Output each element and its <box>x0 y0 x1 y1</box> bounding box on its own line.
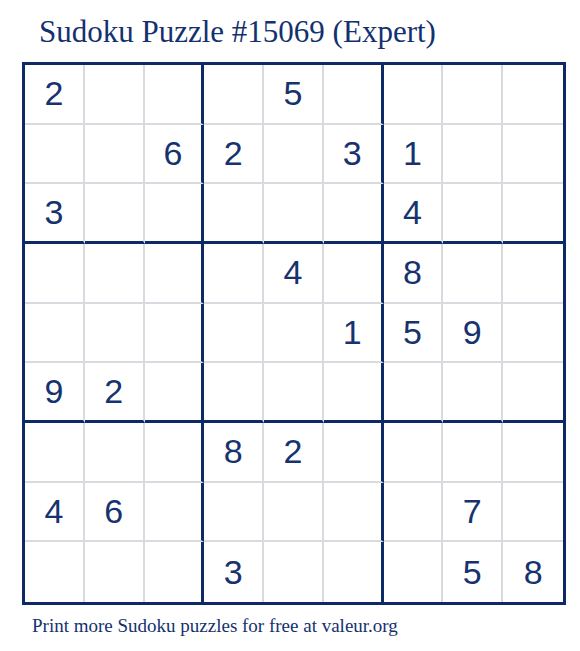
cell-r8c3 <box>145 483 205 543</box>
cell-r5c5 <box>264 304 324 364</box>
cell-r9c2 <box>85 542 145 602</box>
cell-r3c7: 4 <box>384 184 444 244</box>
cell-r8c9 <box>503 483 563 543</box>
footer-text: Print more Sudoku puzzles for free at va… <box>32 615 398 637</box>
cell-r6c6 <box>324 363 384 423</box>
cell-r5c8: 9 <box>443 304 503 364</box>
cell-r1c6 <box>324 65 384 125</box>
cell-r7c7 <box>384 423 444 483</box>
cell-r4c2 <box>85 244 145 304</box>
cell-r3c6 <box>324 184 384 244</box>
cell-r6c3 <box>145 363 205 423</box>
cell-r5c4 <box>204 304 264 364</box>
cell-r1c7 <box>384 65 444 125</box>
cell-r6c7 <box>384 363 444 423</box>
cell-r6c9 <box>503 363 563 423</box>
cell-r8c7 <box>384 483 444 543</box>
cell-r4c4 <box>204 244 264 304</box>
cell-r9c5 <box>264 542 324 602</box>
cell-r8c5 <box>264 483 324 543</box>
cell-r3c3 <box>145 184 205 244</box>
cell-r4c9 <box>503 244 563 304</box>
cell-r6c5 <box>264 363 324 423</box>
cell-r8c4 <box>204 483 264 543</box>
cell-r9c1 <box>25 542 85 602</box>
cell-r2c6: 3 <box>324 125 384 185</box>
cell-r3c9 <box>503 184 563 244</box>
cell-r5c9 <box>503 304 563 364</box>
cell-r1c1: 2 <box>25 65 85 125</box>
cell-r4c1 <box>25 244 85 304</box>
cell-r1c4 <box>204 65 264 125</box>
cell-r6c8 <box>443 363 503 423</box>
cell-r1c5: 5 <box>264 65 324 125</box>
cell-r8c8: 7 <box>443 483 503 543</box>
cell-r9c6 <box>324 542 384 602</box>
cell-r7c4: 8 <box>204 423 264 483</box>
cell-r7c1 <box>25 423 85 483</box>
cell-r4c7: 8 <box>384 244 444 304</box>
cell-r3c5 <box>264 184 324 244</box>
cell-r5c3 <box>145 304 205 364</box>
cell-r9c7 <box>384 542 444 602</box>
cell-r9c4: 3 <box>204 542 264 602</box>
cell-r3c8 <box>443 184 503 244</box>
cell-r8c2: 6 <box>85 483 145 543</box>
cell-r7c3 <box>145 423 205 483</box>
cell-r6c1: 9 <box>25 363 85 423</box>
cell-r7c5: 2 <box>264 423 324 483</box>
page-title: Sudoku Puzzle #15069 (Expert) <box>39 14 436 50</box>
cell-r7c6 <box>324 423 384 483</box>
cell-r7c2 <box>85 423 145 483</box>
cell-r2c7: 1 <box>384 125 444 185</box>
cell-r7c9 <box>503 423 563 483</box>
cell-r1c3 <box>145 65 205 125</box>
cell-r2c5 <box>264 125 324 185</box>
cell-r5c7: 5 <box>384 304 444 364</box>
cell-r9c3 <box>145 542 205 602</box>
cell-r1c2 <box>85 65 145 125</box>
cell-r2c4: 2 <box>204 125 264 185</box>
cell-r5c2 <box>85 304 145 364</box>
cell-r6c2: 2 <box>85 363 145 423</box>
cell-r8c1: 4 <box>25 483 85 543</box>
cell-r2c2 <box>85 125 145 185</box>
cell-r5c1 <box>25 304 85 364</box>
cell-r2c1 <box>25 125 85 185</box>
cell-r5c6: 1 <box>324 304 384 364</box>
cell-r2c8 <box>443 125 503 185</box>
cell-r2c9 <box>503 125 563 185</box>
cell-r4c8 <box>443 244 503 304</box>
cell-r8c6 <box>324 483 384 543</box>
cell-r9c8: 5 <box>443 542 503 602</box>
cell-r6c4 <box>204 363 264 423</box>
cell-r9c9: 8 <box>503 542 563 602</box>
cell-r4c6 <box>324 244 384 304</box>
cell-r2c3: 6 <box>145 125 205 185</box>
cell-r4c3 <box>145 244 205 304</box>
cell-r3c2 <box>85 184 145 244</box>
cell-r3c4 <box>204 184 264 244</box>
cell-r3c1: 3 <box>25 184 85 244</box>
cell-r1c8 <box>443 65 503 125</box>
cell-r1c9 <box>503 65 563 125</box>
cell-r7c8 <box>443 423 503 483</box>
sudoku-board: 25623134481599282467358 <box>22 62 566 605</box>
cell-r4c5: 4 <box>264 244 324 304</box>
